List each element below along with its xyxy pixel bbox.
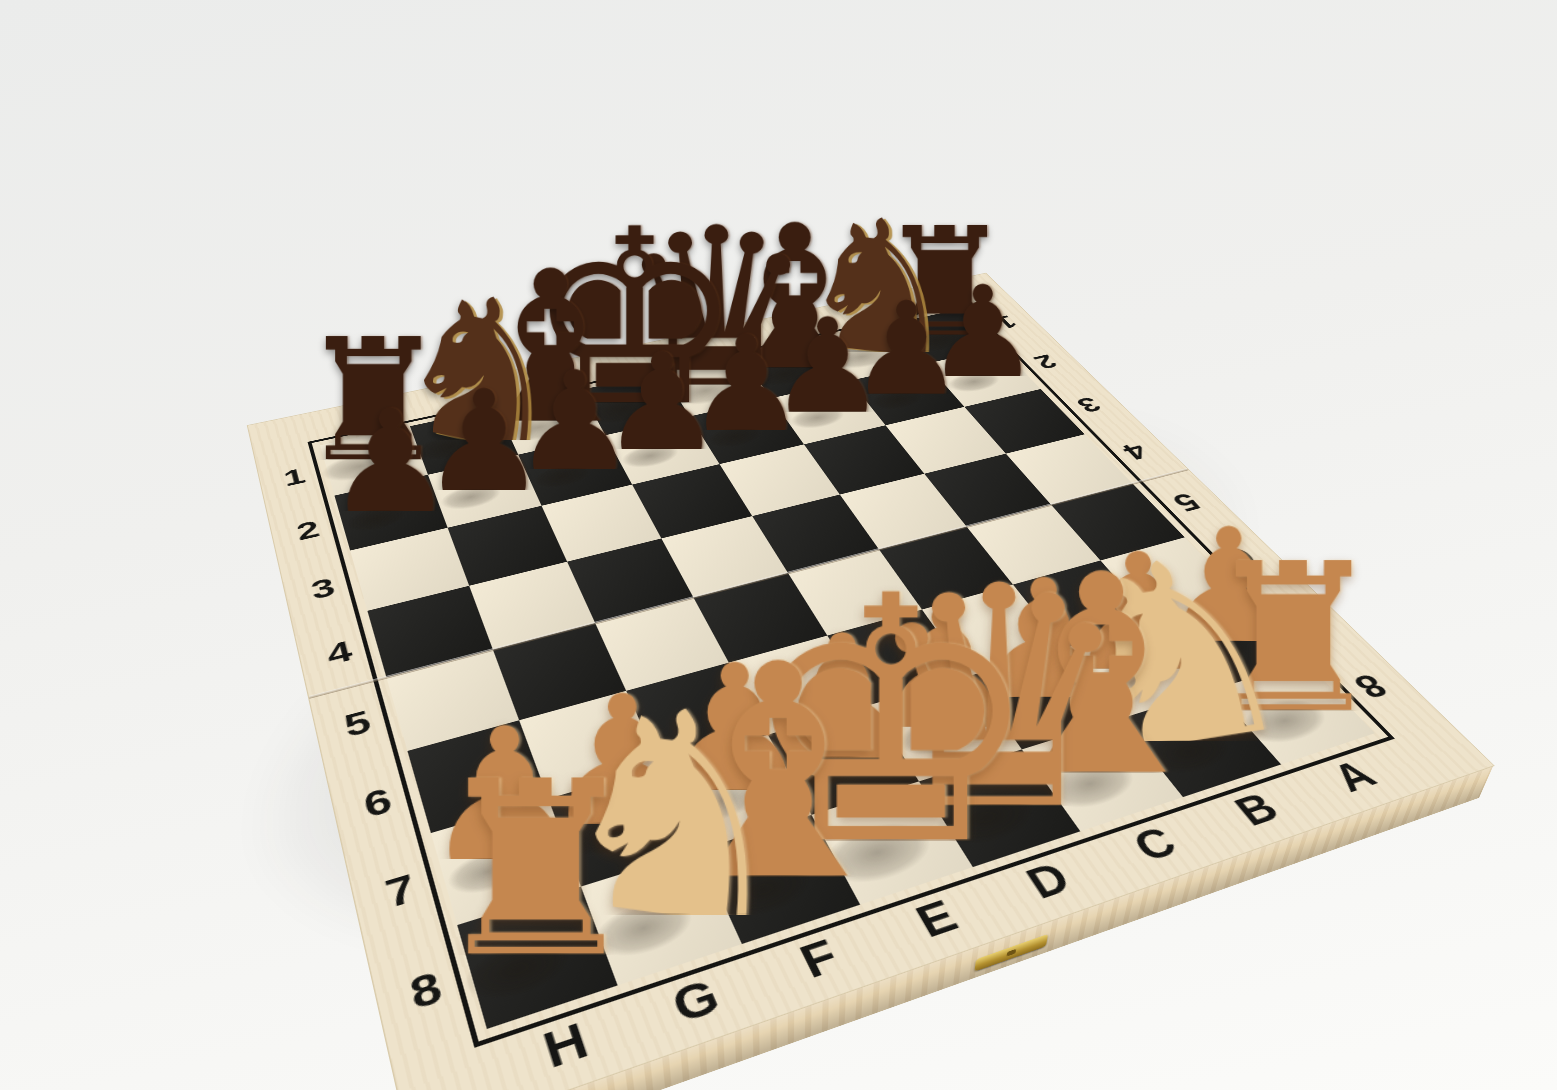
chess-board: HGFEDCBA1234567812345678 ♜♞♝♛♚♝♞♜♟♟♟♟♟♟♟… bbox=[248, 273, 1494, 1090]
chess-board-wrap: HGFEDCBA1234567812345678 ♜♞♝♛♚♝♞♜♟♟♟♟♟♟♟… bbox=[318, 103, 1258, 1043]
photo-scene: HGFEDCBA1234567812345678 ♜♞♝♛♚♝♞♜♟♟♟♟♟♟♟… bbox=[0, 0, 1557, 1090]
piece-light-rook-h8[interactable]: ♜ bbox=[367, 512, 706, 955]
